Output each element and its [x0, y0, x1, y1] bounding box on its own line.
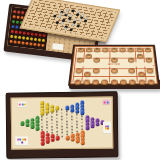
storage-peg: [29, 42, 32, 45]
black-xiangqi-piece: 將: [111, 47, 117, 52]
w-corner-peg: [30, 124, 34, 129]
empty-hole: [56, 127, 58, 129]
storage-peg: [13, 40, 16, 43]
white-stone: [61, 22, 65, 25]
sticker-chip: [21, 141, 23, 143]
empty-hole: [66, 124, 68, 126]
black-xiangqi-piece: 士: [103, 47, 109, 52]
red-xiangqi-piece: 車: [74, 79, 81, 84]
storage-peg: [17, 10, 20, 13]
storage-peg: [12, 20, 15, 23]
empty-hole: [71, 119, 73, 121]
white-stone: [80, 13, 84, 16]
white-stone: [65, 11, 69, 14]
storage-peg: [33, 43, 36, 46]
w-corner-peg: [20, 121, 24, 126]
storage-peg: [27, 32, 30, 35]
red-xiangqi-piece: 兵: [75, 68, 82, 73]
photo-xiangqi-set: 楚河 漢界 車馬象士將士象馬車砲砲卒卒卒卒卒兵兵兵兵兵炮炮車馬相仕帥仕相馬車: [68, 36, 160, 98]
black-xiangqi-piece: 卒: [76, 57, 83, 62]
black-stone: [55, 21, 59, 24]
storage-peg: [21, 41, 24, 44]
red-xiangqi-piece: 仕: [120, 79, 127, 84]
white-stone: [67, 20, 71, 23]
storage-peg: [31, 32, 34, 35]
storage-peg: [17, 15, 20, 18]
sw-corner-peg: [55, 136, 59, 141]
storage-peg: [30, 37, 33, 40]
checkers-box: [6, 91, 119, 158]
river-text: 楚河 漢界: [108, 63, 120, 66]
star-cell: [80, 141, 85, 144]
white-stone: [58, 15, 62, 18]
empty-hole: [71, 129, 73, 131]
w-corner-peg: [25, 123, 29, 128]
sticker-card-bottom-left: [15, 136, 28, 145]
empty-hole: [71, 115, 73, 117]
storage-peg: [13, 15, 16, 18]
sw-corner-peg: [45, 139, 49, 144]
black-xiangqi-piece: 象: [128, 47, 135, 52]
empty-hole: [61, 132, 63, 134]
empty-hole: [56, 120, 58, 122]
empty-hole: [61, 115, 63, 117]
storage-peg: [26, 37, 29, 40]
sw-corner-peg: [40, 141, 44, 146]
sticker-chip: [104, 101, 106, 103]
product-photo-collage: 楚河 漢界 車馬象士將士象馬車砲砲卒卒卒卒卒兵兵兵兵兵炮炮車馬相仕帥仕相馬車: [0, 0, 160, 160]
empty-hole: [51, 122, 53, 124]
sticker-chip: [106, 101, 108, 103]
empty-hole: [61, 135, 63, 137]
black-xiangqi-piece: 卒: [128, 57, 135, 62]
storage-peg: [38, 38, 41, 41]
sw-corner-peg: [50, 137, 54, 142]
empty-hole: [71, 112, 73, 114]
empty-hole: [61, 129, 63, 131]
red-xiangqi-piece: 帥: [111, 79, 118, 84]
black-xiangqi-piece: 馬: [86, 47, 93, 52]
e-corner-peg: [85, 125, 89, 130]
sticker-chip: [24, 139, 26, 141]
storage-peg: [25, 42, 28, 45]
red-xiangqi-piece: 兵: [146, 68, 153, 73]
se-corner-peg: [70, 137, 74, 142]
black-xiangqi-piece: 砲: [136, 54, 143, 59]
checkers-star-grid: [19, 101, 105, 145]
sticker-chip: [19, 104, 21, 106]
se-corner-peg: [65, 135, 69, 140]
black-xiangqi-piece: 車: [144, 47, 151, 52]
xiangqi-river: 楚河 漢界: [75, 62, 153, 66]
sticker-chip: [107, 128, 109, 130]
empty-hole: [51, 116, 53, 118]
storage-peg: [16, 20, 19, 23]
sticker-chip: [19, 139, 21, 141]
sticker-chip: [24, 103, 26, 105]
red-xiangqi-piece: 相: [92, 79, 99, 84]
white-stone: [73, 18, 77, 21]
empty-hole: [46, 114, 48, 116]
sticker-card-top-right: [103, 99, 110, 104]
black-xiangqi-piece: 象: [94, 47, 101, 52]
empty-hole: [56, 114, 58, 116]
empty-hole: [66, 120, 68, 122]
storage-peg: [37, 43, 40, 46]
storage-peg: [35, 33, 38, 36]
e-corner-peg: [95, 122, 99, 127]
empty-hole: [66, 130, 68, 132]
red-xiangqi-piece: 相: [129, 79, 136, 84]
storage-peg: [21, 11, 24, 14]
red-xiangqi-piece: 炮: [84, 72, 91, 77]
empty-hole: [61, 112, 63, 114]
storage-peg: [42, 34, 45, 37]
se-corner-peg: [75, 139, 79, 144]
storage-peg: [22, 36, 25, 39]
storage-peg: [41, 44, 44, 47]
empty-hole: [46, 117, 48, 119]
empty-hole: [51, 126, 53, 128]
xiangqi-box-frame: 楚河 漢界 車馬象士將士象馬車砲砲卒卒卒卒卒兵兵兵兵兵炮炮車馬相仕帥仕相馬車: [68, 45, 160, 86]
e-corner-peg: [90, 124, 94, 129]
empty-hole: [51, 129, 53, 131]
empty-hole: [71, 122, 73, 124]
checkers-board: [11, 96, 114, 149]
storage-peg: [10, 35, 13, 38]
tray-label-sticker: [52, 43, 64, 50]
storage-peg: [42, 39, 45, 42]
white-stone: [63, 28, 67, 31]
empty-hole: [66, 117, 68, 119]
black-stone: [76, 24, 80, 27]
storage-peg: [19, 31, 22, 34]
storage-peg: [34, 38, 37, 41]
storage-peg: [15, 25, 18, 28]
red-xiangqi-piece: 炮: [138, 72, 145, 77]
empty-hole: [66, 114, 68, 116]
white-stone: [71, 23, 75, 26]
black-xiangqi-piece: 士: [119, 47, 125, 52]
storage-peg: [15, 30, 18, 33]
storage-peg: [17, 41, 20, 44]
storage-peg: [9, 40, 12, 43]
black-stone: [69, 28, 73, 31]
storage-peg: [23, 31, 26, 34]
sticker-card-right: [103, 121, 111, 133]
storage-peg: [38, 33, 41, 36]
photo-chinese-checkers: [6, 92, 118, 158]
xiangqi-box-top: 楚河 漢界 車馬象士將士象馬車砲砲卒卒卒卒卒兵兵兵兵兵炮炮車馬相仕帥仕相馬車: [68, 45, 160, 86]
black-xiangqi-piece: 馬: [136, 47, 143, 52]
se-corner-peg: [80, 140, 84, 145]
empty-hole: [56, 111, 58, 113]
black-xiangqi-piece: 卒: [145, 57, 152, 62]
red-xiangqi-piece: 仕: [101, 79, 108, 84]
empty-hole: [61, 122, 63, 124]
empty-hole: [66, 110, 68, 112]
empty-hole: [61, 119, 63, 121]
empty-hole: [61, 109, 63, 111]
black-stone: [83, 19, 87, 22]
red-xiangqi-piece: 馬: [138, 79, 145, 84]
storage-peg: [13, 10, 16, 13]
xiangqi-board: 楚河 漢界 車馬象士將士象馬車砲砲卒卒卒卒卒兵兵兵兵兵炮炮車馬相仕帥仕相馬車: [70, 46, 158, 84]
storage-peg: [11, 30, 14, 33]
w-corner-peg: [35, 126, 39, 131]
black-xiangqi-piece: 卒: [111, 57, 118, 62]
empty-hole: [51, 119, 53, 121]
red-xiangqi-piece: 馬: [83, 79, 90, 84]
black-xiangqi-piece: 車: [77, 47, 84, 52]
empty-hole: [56, 130, 58, 132]
storage-peg: [18, 36, 21, 39]
red-xiangqi-piece: 兵: [129, 68, 136, 73]
sticker-card-top-left: [18, 101, 27, 107]
red-xiangqi-piece: 兵: [93, 68, 100, 73]
empty-hole: [71, 125, 73, 127]
black-stone: [53, 15, 57, 18]
red-xiangqi-piece: 車: [147, 79, 154, 84]
empty-hole: [51, 112, 53, 114]
white-stone: [76, 10, 80, 13]
storage-peg: [11, 25, 14, 28]
white-stone: [78, 19, 82, 22]
red-xiangqi-piece: 兵: [111, 68, 118, 73]
empty-hole: [56, 117, 58, 119]
black-xiangqi-piece: 卒: [93, 57, 100, 62]
empty-hole: [66, 127, 68, 129]
storage-peg: [14, 35, 17, 38]
black-stone: [71, 9, 75, 12]
empty-hole: [56, 124, 58, 126]
empty-hole: [61, 125, 63, 127]
